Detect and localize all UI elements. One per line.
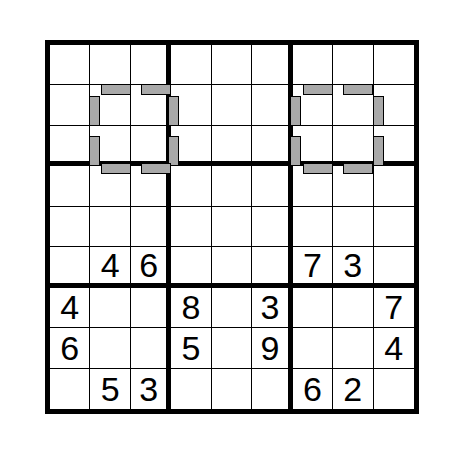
cell-r6c6[interactable] <box>252 247 292 287</box>
cell-r2c6[interactable] <box>252 85 292 125</box>
cell-r1c4[interactable] <box>171 45 211 85</box>
cell-r5c6[interactable] <box>252 207 292 247</box>
cell-r3c8[interactable] <box>333 126 373 166</box>
edge-bar <box>373 136 384 166</box>
cell-r3c6[interactable] <box>252 126 292 166</box>
cell-r6c4[interactable] <box>171 247 211 287</box>
cell-r1c7[interactable] <box>293 45 333 85</box>
cell-r6c1[interactable] <box>50 247 90 287</box>
cell-r8c5[interactable] <box>212 328 252 368</box>
cell-r7c9[interactable]: 7 <box>374 288 414 328</box>
cell-r9c1[interactable] <box>50 369 90 409</box>
cell-r4c4[interactable] <box>171 166 211 206</box>
edge-bar <box>303 163 333 174</box>
cell-r8c2[interactable] <box>90 328 130 368</box>
cell-r7c5[interactable] <box>212 288 252 328</box>
edge-bar <box>290 136 301 166</box>
cell-r4c5[interactable] <box>212 166 252 206</box>
cell-r9c7[interactable]: 6 <box>293 369 333 409</box>
cell-r1c5[interactable] <box>212 45 252 85</box>
edge-bar <box>168 136 179 166</box>
cell-r5c2[interactable] <box>90 207 130 247</box>
cell-r6c3[interactable]: 6 <box>131 247 171 287</box>
edge-bar <box>373 96 384 126</box>
cell-r8c9[interactable]: 4 <box>374 328 414 368</box>
cell-r3c3[interactable] <box>131 126 171 166</box>
cell-r7c1[interactable]: 4 <box>50 288 90 328</box>
cell-r7c8[interactable] <box>333 288 373 328</box>
cell-r5c4[interactable] <box>171 207 211 247</box>
cell-r7c2[interactable] <box>90 288 130 328</box>
sudoku-grid: 4673483765945362 <box>45 40 419 414</box>
cell-r6c5[interactable] <box>212 247 252 287</box>
cell-r3c5[interactable] <box>212 126 252 166</box>
cell-r1c3[interactable] <box>131 45 171 85</box>
cell-r9c2[interactable]: 5 <box>90 369 130 409</box>
cell-r8c1[interactable]: 6 <box>50 328 90 368</box>
cell-r1c8[interactable] <box>333 45 373 85</box>
edge-bar <box>89 96 100 126</box>
cell-r8c8[interactable] <box>333 328 373 368</box>
cell-r9c9[interactable] <box>374 369 414 409</box>
edge-bar <box>89 136 100 166</box>
cell-r2c5[interactable] <box>212 85 252 125</box>
cell-r9c3[interactable]: 3 <box>131 369 171 409</box>
edge-bar <box>141 84 171 95</box>
cell-r5c7[interactable] <box>293 207 333 247</box>
cell-r9c6[interactable] <box>252 369 292 409</box>
cell-r5c8[interactable] <box>333 207 373 247</box>
edge-bar <box>303 84 333 95</box>
cell-r1c9[interactable] <box>374 45 414 85</box>
cell-r5c5[interactable] <box>212 207 252 247</box>
cell-r8c4[interactable]: 5 <box>171 328 211 368</box>
edge-bar <box>290 96 301 126</box>
cell-r9c4[interactable] <box>171 369 211 409</box>
cell-r2c1[interactable] <box>50 85 90 125</box>
cell-r6c7[interactable]: 7 <box>293 247 333 287</box>
cell-r6c8[interactable]: 3 <box>333 247 373 287</box>
cell-r1c2[interactable] <box>90 45 130 85</box>
cell-r6c9[interactable] <box>374 247 414 287</box>
cell-r5c3[interactable] <box>131 207 171 247</box>
cell-r7c7[interactable] <box>293 288 333 328</box>
cell-r9c8[interactable]: 2 <box>333 369 373 409</box>
edge-bar <box>168 96 179 126</box>
cell-r8c3[interactable] <box>131 328 171 368</box>
cell-r7c3[interactable] <box>131 288 171 328</box>
cell-r3c1[interactable] <box>50 126 90 166</box>
cell-r8c7[interactable] <box>293 328 333 368</box>
cell-r6c2[interactable]: 4 <box>90 247 130 287</box>
edge-bar <box>101 84 131 95</box>
cell-r4c1[interactable] <box>50 166 90 206</box>
cell-r5c1[interactable] <box>50 207 90 247</box>
edge-bar <box>101 163 131 174</box>
edge-bar <box>343 84 373 95</box>
puzzle-canvas: 4673483765945362 <box>0 0 464 454</box>
cell-r1c1[interactable] <box>50 45 90 85</box>
cell-r4c9[interactable] <box>374 166 414 206</box>
cell-r9c5[interactable] <box>212 369 252 409</box>
cell-r1c6[interactable] <box>252 45 292 85</box>
cell-r7c4[interactable]: 8 <box>171 288 211 328</box>
edge-bar <box>141 163 171 174</box>
cell-r4c6[interactable] <box>252 166 292 206</box>
cell-r8c6[interactable]: 9 <box>252 328 292 368</box>
cell-r5c9[interactable] <box>374 207 414 247</box>
cell-r7c6[interactable]: 3 <box>252 288 292 328</box>
edge-bar <box>343 163 373 174</box>
